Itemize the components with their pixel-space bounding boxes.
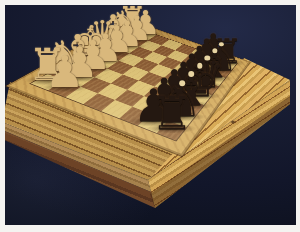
pieces-layer: ♜♟♞♟♝♟♛♟♚♟♟♝♜♟♟♞♞♟♟♝♜♟♛♟♟♚♟♝♟♞♟♜ [0, 0, 300, 232]
piece-white-pawn-h2: ♟ [45, 50, 84, 94]
background-cloth: ♜♟♞♟♝♟♛♟♚♟♟♝♜♟♟♞♞♟♟♝♜♟♛♟♟♚♟♝♟♞♟♜ [0, 0, 300, 232]
chess-set-photo: ♜♟♞♟♝♟♛♟♚♟♟♝♜♟♟♞♞♟♟♝♜♟♛♟♟♚♟♝♟♞♟♜ [0, 0, 300, 232]
piece-black-rook-h8: ♜ [151, 90, 192, 136]
